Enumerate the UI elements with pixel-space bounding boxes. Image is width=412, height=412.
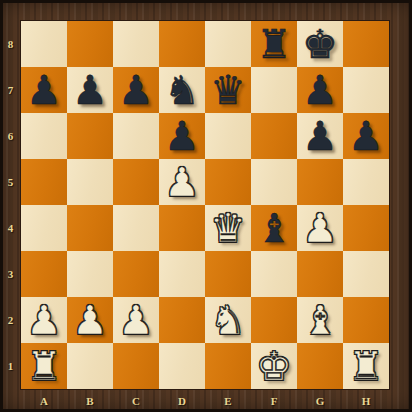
piece-black-rook[interactable]: ♜ — [256, 21, 292, 67]
square-f5[interactable] — [251, 159, 297, 205]
square-g7[interactable]: ♟ — [297, 67, 343, 113]
file-label-h: H — [343, 389, 389, 412]
piece-white-pawn[interactable]: ♟ — [118, 297, 154, 343]
square-b5[interactable] — [67, 159, 113, 205]
square-g6[interactable]: ♟ — [297, 113, 343, 159]
square-c8[interactable] — [113, 21, 159, 67]
rank-labels: 87654321 — [0, 21, 21, 389]
square-g5[interactable] — [297, 159, 343, 205]
rank-label-2: 2 — [0, 297, 21, 343]
piece-white-rook[interactable]: ♜ — [348, 343, 384, 389]
square-b6[interactable] — [67, 113, 113, 159]
rank-label-6: 6 — [0, 113, 21, 159]
rank-label-4: 4 — [0, 205, 21, 251]
piece-black-pawn[interactable]: ♟ — [26, 67, 62, 113]
file-labels: ABCDEFGH — [21, 389, 389, 412]
piece-black-pawn[interactable]: ♟ — [118, 67, 154, 113]
square-c2[interactable]: ♟ — [113, 297, 159, 343]
square-b2[interactable]: ♟ — [67, 297, 113, 343]
square-b4[interactable] — [67, 205, 113, 251]
rank-label-3: 3 — [0, 251, 21, 297]
square-b1[interactable] — [67, 343, 113, 389]
square-f3[interactable] — [251, 251, 297, 297]
square-a7[interactable]: ♟ — [21, 67, 67, 113]
square-g3[interactable] — [297, 251, 343, 297]
square-e1[interactable] — [205, 343, 251, 389]
square-g8[interactable]: ♚ — [297, 21, 343, 67]
file-label-d: D — [159, 389, 205, 412]
file-label-e: E — [205, 389, 251, 412]
square-a4[interactable] — [21, 205, 67, 251]
rank-label-8: 8 — [0, 21, 21, 67]
square-c7[interactable]: ♟ — [113, 67, 159, 113]
piece-black-pawn[interactable]: ♟ — [72, 67, 108, 113]
square-c6[interactable] — [113, 113, 159, 159]
square-a2[interactable]: ♟ — [21, 297, 67, 343]
file-label-b: B — [67, 389, 113, 412]
piece-black-pawn[interactable]: ♟ — [164, 113, 200, 159]
piece-white-knight[interactable]: ♞ — [210, 297, 246, 343]
piece-black-pawn[interactable]: ♟ — [302, 67, 338, 113]
square-e8[interactable] — [205, 21, 251, 67]
file-label-c: C — [113, 389, 159, 412]
square-d5[interactable]: ♟ — [159, 159, 205, 205]
rank-label-7: 7 — [0, 67, 21, 113]
rank-label-1: 1 — [0, 343, 21, 389]
square-h1[interactable]: ♜ — [343, 343, 389, 389]
square-a3[interactable] — [21, 251, 67, 297]
piece-black-queen[interactable]: ♛ — [210, 67, 246, 113]
square-d2[interactable] — [159, 297, 205, 343]
square-a1[interactable]: ♜ — [21, 343, 67, 389]
square-f8[interactable]: ♜ — [251, 21, 297, 67]
square-e4[interactable]: ♛ — [205, 205, 251, 251]
piece-white-pawn[interactable]: ♟ — [26, 297, 62, 343]
square-f2[interactable] — [251, 297, 297, 343]
file-label-f: F — [251, 389, 297, 412]
square-e6[interactable] — [205, 113, 251, 159]
file-label-a: A — [21, 389, 67, 412]
square-e3[interactable] — [205, 251, 251, 297]
piece-black-pawn[interactable]: ♟ — [302, 113, 338, 159]
square-e2[interactable]: ♞ — [205, 297, 251, 343]
square-h7[interactable] — [343, 67, 389, 113]
square-d7[interactable]: ♞ — [159, 67, 205, 113]
square-f6[interactable] — [251, 113, 297, 159]
square-e5[interactable] — [205, 159, 251, 205]
rank-label-5: 5 — [0, 159, 21, 205]
piece-white-rook[interactable]: ♜ — [26, 343, 62, 389]
piece-white-king[interactable]: ♚ — [256, 343, 292, 389]
piece-white-queen[interactable]: ♛ — [210, 205, 246, 251]
piece-black-knight[interactable]: ♞ — [164, 67, 200, 113]
square-h6[interactable]: ♟ — [343, 113, 389, 159]
square-a8[interactable] — [21, 21, 67, 67]
square-c4[interactable] — [113, 205, 159, 251]
piece-black-bishop[interactable]: ♝ — [256, 205, 292, 251]
chess-board: ♜♚♟♟♟♞♛♟♟♟♟♟♛♝♟♟♟♟♞♝♜♚♜ — [21, 21, 389, 389]
square-h3[interactable] — [343, 251, 389, 297]
square-g2[interactable]: ♝ — [297, 297, 343, 343]
square-d6[interactable]: ♟ — [159, 113, 205, 159]
square-b8[interactable] — [67, 21, 113, 67]
square-g1[interactable] — [297, 343, 343, 389]
square-d8[interactable] — [159, 21, 205, 67]
square-d4[interactable] — [159, 205, 205, 251]
square-h8[interactable] — [343, 21, 389, 67]
piece-black-pawn[interactable]: ♟ — [348, 113, 384, 159]
square-c5[interactable] — [113, 159, 159, 205]
square-f7[interactable] — [251, 67, 297, 113]
file-label-g: G — [297, 389, 343, 412]
square-e7[interactable]: ♛ — [205, 67, 251, 113]
square-b7[interactable]: ♟ — [67, 67, 113, 113]
square-a5[interactable] — [21, 159, 67, 205]
piece-white-pawn[interactable]: ♟ — [72, 297, 108, 343]
piece-black-king[interactable]: ♚ — [302, 21, 338, 67]
square-b3[interactable] — [67, 251, 113, 297]
piece-white-pawn[interactable]: ♟ — [164, 159, 200, 205]
square-g4[interactable]: ♟ — [297, 205, 343, 251]
square-h2[interactable] — [343, 297, 389, 343]
square-f1[interactable]: ♚ — [251, 343, 297, 389]
square-c3[interactable] — [113, 251, 159, 297]
square-c1[interactable] — [113, 343, 159, 389]
square-d3[interactable] — [159, 251, 205, 297]
square-h5[interactable] — [343, 159, 389, 205]
square-f4[interactable]: ♝ — [251, 205, 297, 251]
square-d1[interactable] — [159, 343, 205, 389]
square-a6[interactable] — [21, 113, 67, 159]
square-h4[interactable] — [343, 205, 389, 251]
piece-white-bishop[interactable]: ♝ — [302, 297, 338, 343]
piece-white-pawn[interactable]: ♟ — [302, 205, 338, 251]
chessboard-frame: ♜♚♟♟♟♞♛♟♟♟♟♟♛♝♟♟♟♟♞♝♜♚♜ 87654321 ABCDEFG… — [0, 0, 412, 412]
